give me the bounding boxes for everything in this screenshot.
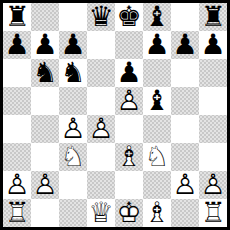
- square-h7[interactable]: ♟: [199, 31, 227, 59]
- square-e7[interactable]: [115, 31, 143, 59]
- square-a5[interactable]: [3, 87, 31, 115]
- square-d8[interactable]: ♛: [87, 3, 115, 31]
- piece-glyph: ♛: [87, 3, 115, 31]
- piece-outline: ♙: [31, 171, 59, 199]
- piece-outline: ♖: [199, 199, 227, 227]
- piece-glyph: ♜: [199, 3, 227, 31]
- chess-board: ♜♛♚♝♜♟♟♟♟♟♟♞♞♟♟♙♝♟♙♟♙♞♘♝♗♞♘♟♙♟♙♟♙♟♙♜♖♛♕♚…: [3, 3, 227, 227]
- square-a8[interactable]: ♜: [3, 3, 31, 31]
- square-e4[interactable]: [115, 115, 143, 143]
- square-c2[interactable]: [59, 171, 87, 199]
- piece-outline: ♙: [171, 171, 199, 199]
- white-rook[interactable]: ♜♖: [199, 199, 227, 227]
- piece-glyph: ♞: [59, 59, 87, 87]
- black-pawn[interactable]: ♟: [115, 59, 143, 87]
- piece-outline: ♔: [115, 199, 143, 227]
- piece-outline: ♙: [87, 115, 115, 143]
- square-g2[interactable]: ♟♙: [171, 171, 199, 199]
- square-g4[interactable]: [171, 115, 199, 143]
- square-f3[interactable]: ♞♘: [143, 143, 171, 171]
- square-b2[interactable]: ♟♙: [31, 171, 59, 199]
- square-h6[interactable]: [199, 59, 227, 87]
- white-pawn[interactable]: ♟♙: [3, 171, 31, 199]
- square-e6[interactable]: ♟: [115, 59, 143, 87]
- black-pawn[interactable]: ♟: [3, 31, 31, 59]
- white-bishop[interactable]: ♝♗: [143, 199, 171, 227]
- white-queen[interactable]: ♛♕: [87, 199, 115, 227]
- square-c7[interactable]: ♟: [59, 31, 87, 59]
- square-g6[interactable]: [171, 59, 199, 87]
- square-f8[interactable]: ♝: [143, 3, 171, 31]
- piece-outline: ♕: [87, 199, 115, 227]
- square-h5[interactable]: [199, 87, 227, 115]
- square-b5[interactable]: [31, 87, 59, 115]
- black-bishop[interactable]: ♝: [143, 3, 171, 31]
- black-queen[interactable]: ♛: [87, 3, 115, 31]
- piece-glyph: ♟: [31, 31, 59, 59]
- piece-glyph: ♟: [143, 31, 171, 59]
- square-a7[interactable]: ♟: [3, 31, 31, 59]
- piece-outline: ♙: [59, 115, 87, 143]
- square-d1[interactable]: ♛♕: [87, 199, 115, 227]
- square-e2[interactable]: [115, 171, 143, 199]
- black-pawn[interactable]: ♟: [59, 31, 87, 59]
- white-pawn[interactable]: ♟♙: [171, 171, 199, 199]
- square-e8[interactable]: ♚: [115, 3, 143, 31]
- square-f2[interactable]: [143, 171, 171, 199]
- black-king[interactable]: ♚: [115, 3, 143, 31]
- square-c4[interactable]: ♟♙: [59, 115, 87, 143]
- black-pawn[interactable]: ♟: [31, 31, 59, 59]
- square-c3[interactable]: ♞♘: [59, 143, 87, 171]
- piece-glyph: ♝: [143, 3, 171, 31]
- square-h2[interactable]: ♟♙: [199, 171, 227, 199]
- piece-glyph: ♚: [115, 3, 143, 31]
- square-g7[interactable]: ♟: [171, 31, 199, 59]
- piece-outline: ♙: [115, 87, 143, 115]
- square-b8[interactable]: [31, 3, 59, 31]
- piece-glyph: ♟: [59, 31, 87, 59]
- square-d4[interactable]: ♟♙: [87, 115, 115, 143]
- square-f6[interactable]: [143, 59, 171, 87]
- square-f5[interactable]: ♝: [143, 87, 171, 115]
- piece-glyph: ♝: [143, 87, 171, 115]
- square-d5[interactable]: [87, 87, 115, 115]
- white-pawn[interactable]: ♟♙: [115, 87, 143, 115]
- square-g5[interactable]: [171, 87, 199, 115]
- black-rook[interactable]: ♜: [199, 3, 227, 31]
- square-h3[interactable]: [199, 143, 227, 171]
- square-h1[interactable]: ♜♖: [199, 199, 227, 227]
- piece-outline: ♙: [199, 171, 227, 199]
- piece-glyph: ♞: [31, 59, 59, 87]
- white-pawn[interactable]: ♟♙: [199, 171, 227, 199]
- black-pawn[interactable]: ♟: [143, 31, 171, 59]
- white-king[interactable]: ♚♔: [115, 199, 143, 227]
- piece-glyph: ♟: [171, 31, 199, 59]
- square-g1[interactable]: [171, 199, 199, 227]
- square-a4[interactable]: [3, 115, 31, 143]
- white-pawn[interactable]: ♟♙: [59, 115, 87, 143]
- black-knight[interactable]: ♞: [31, 59, 59, 87]
- black-pawn[interactable]: ♟: [199, 31, 227, 59]
- square-d3[interactable]: [87, 143, 115, 171]
- black-knight[interactable]: ♞: [59, 59, 87, 87]
- piece-outline: ♘: [59, 143, 87, 171]
- square-d7[interactable]: [87, 31, 115, 59]
- white-pawn[interactable]: ♟♙: [87, 115, 115, 143]
- square-e3[interactable]: ♝♗: [115, 143, 143, 171]
- square-b6[interactable]: ♞: [31, 59, 59, 87]
- black-rook[interactable]: ♜: [3, 3, 31, 31]
- square-e5[interactable]: ♟♙: [115, 87, 143, 115]
- square-b3[interactable]: [31, 143, 59, 171]
- square-h4[interactable]: [199, 115, 227, 143]
- black-bishop[interactable]: ♝: [143, 87, 171, 115]
- piece-outline: ♗: [115, 143, 143, 171]
- white-bishop[interactable]: ♝♗: [115, 143, 143, 171]
- piece-glyph: ♟: [199, 31, 227, 59]
- square-g3[interactable]: [171, 143, 199, 171]
- piece-outline: ♘: [143, 143, 171, 171]
- white-knight[interactable]: ♞♘: [59, 143, 87, 171]
- square-c1[interactable]: [59, 199, 87, 227]
- square-c6[interactable]: ♞: [59, 59, 87, 87]
- black-pawn[interactable]: ♟: [171, 31, 199, 59]
- square-a2[interactable]: ♟♙: [3, 171, 31, 199]
- piece-outline: ♗: [143, 199, 171, 227]
- piece-glyph: ♟: [115, 59, 143, 87]
- square-f1[interactable]: ♝♗: [143, 199, 171, 227]
- square-a1[interactable]: ♜♖: [3, 199, 31, 227]
- white-rook[interactable]: ♜♖: [3, 199, 31, 227]
- square-f7[interactable]: ♟: [143, 31, 171, 59]
- square-b4[interactable]: [31, 115, 59, 143]
- square-d6[interactable]: [87, 59, 115, 87]
- piece-outline: ♖: [3, 199, 31, 227]
- square-a6[interactable]: [3, 59, 31, 87]
- square-f4[interactable]: [143, 115, 171, 143]
- piece-outline: ♙: [3, 171, 31, 199]
- piece-glyph: ♟: [3, 31, 31, 59]
- square-e1[interactable]: ♚♔: [115, 199, 143, 227]
- square-h8[interactable]: ♜: [199, 3, 227, 31]
- white-knight[interactable]: ♞♘: [143, 143, 171, 171]
- square-d2[interactable]: [87, 171, 115, 199]
- square-c8[interactable]: [59, 3, 87, 31]
- board-frame: ♜♛♚♝♜♟♟♟♟♟♟♞♞♟♟♙♝♟♙♟♙♞♘♝♗♞♘♟♙♟♙♟♙♟♙♜♖♛♕♚…: [0, 0, 230, 230]
- square-g8[interactable]: [171, 3, 199, 31]
- square-c5[interactable]: [59, 87, 87, 115]
- square-b1[interactable]: [31, 199, 59, 227]
- piece-glyph: ♜: [3, 3, 31, 31]
- white-pawn[interactable]: ♟♙: [31, 171, 59, 199]
- square-b7[interactable]: ♟: [31, 31, 59, 59]
- square-a3[interactable]: [3, 143, 31, 171]
